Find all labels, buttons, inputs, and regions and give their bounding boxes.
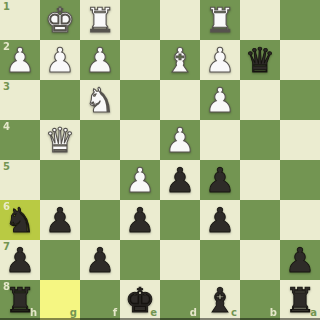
square-h1[interactable]: 1: [0, 0, 40, 40]
file-label-f: f: [113, 308, 117, 318]
piece-black-pawn-d5[interactable]: ♟: [165, 160, 195, 200]
square-a6[interactable]: [280, 200, 320, 240]
square-c8[interactable]: c♝: [200, 280, 240, 320]
square-f7[interactable]: ♟: [80, 240, 120, 280]
square-g5[interactable]: [40, 160, 80, 200]
square-b3[interactable]: [240, 80, 280, 120]
square-f5[interactable]: [80, 160, 120, 200]
square-f8[interactable]: f: [80, 280, 120, 320]
piece-white-pawn-d4[interactable]: ♟: [165, 120, 195, 160]
square-a8[interactable]: a♜: [280, 280, 320, 320]
rank-label-1: 1: [3, 2, 10, 12]
rank-label-3: 3: [3, 82, 10, 92]
square-a4[interactable]: [280, 120, 320, 160]
piece-white-pawn-e5[interactable]: ♟: [125, 160, 155, 200]
file-label-d: d: [190, 308, 197, 318]
square-c4[interactable]: [200, 120, 240, 160]
square-g6[interactable]: ♟: [40, 200, 80, 240]
square-a5[interactable]: [280, 160, 320, 200]
square-a7[interactable]: ♟: [280, 240, 320, 280]
piece-white-queen-g4[interactable]: ♛: [45, 120, 75, 160]
chess-board: 1♚♜♜2♟♟♟♝♟♛3♞♟4♛♟5♟♟♟6♞♟♟♟7♟♟♟8h♜gfe♚dc♝…: [0, 0, 320, 320]
piece-black-pawn-g6[interactable]: ♟: [45, 200, 75, 240]
piece-black-pawn-c5[interactable]: ♟: [205, 160, 235, 200]
square-a1[interactable]: [280, 0, 320, 40]
piece-white-pawn-c3[interactable]: ♟: [205, 80, 235, 120]
square-d4[interactable]: ♟: [160, 120, 200, 160]
piece-black-king-e8[interactable]: ♚: [125, 280, 155, 320]
square-f1[interactable]: ♜: [80, 0, 120, 40]
square-d3[interactable]: [160, 80, 200, 120]
square-e7[interactable]: [120, 240, 160, 280]
square-g4[interactable]: ♛: [40, 120, 80, 160]
square-e1[interactable]: [120, 0, 160, 40]
square-c7[interactable]: [200, 240, 240, 280]
square-h2[interactable]: 2♟: [0, 40, 40, 80]
square-b4[interactable]: [240, 120, 280, 160]
square-e8[interactable]: e♚: [120, 280, 160, 320]
square-h3[interactable]: 3: [0, 80, 40, 120]
square-d5[interactable]: ♟: [160, 160, 200, 200]
piece-white-bishop-d2[interactable]: ♝: [165, 40, 195, 80]
piece-black-pawn-h7[interactable]: ♟: [5, 240, 35, 280]
square-b7[interactable]: [240, 240, 280, 280]
square-d2[interactable]: ♝: [160, 40, 200, 80]
piece-black-rook-h8[interactable]: ♜: [5, 280, 35, 320]
square-c1[interactable]: ♜: [200, 0, 240, 40]
square-g1[interactable]: ♚: [40, 0, 80, 40]
square-b6[interactable]: [240, 200, 280, 240]
rank-label-5: 5: [3, 162, 10, 172]
square-e5[interactable]: ♟: [120, 160, 160, 200]
square-f2[interactable]: ♟: [80, 40, 120, 80]
piece-white-king-g1[interactable]: ♚: [45, 0, 75, 40]
piece-white-pawn-c2[interactable]: ♟: [205, 40, 235, 80]
piece-white-rook-c1[interactable]: ♜: [205, 0, 235, 40]
file-label-b: b: [270, 308, 277, 318]
piece-white-pawn-g2[interactable]: ♟: [45, 40, 75, 80]
square-g8[interactable]: g: [40, 280, 80, 320]
piece-black-queen-b2[interactable]: ♛: [245, 40, 275, 80]
piece-black-rook-a8[interactable]: ♜: [285, 280, 315, 320]
square-f3[interactable]: ♞: [80, 80, 120, 120]
square-h7[interactable]: 7♟: [0, 240, 40, 280]
square-c3[interactable]: ♟: [200, 80, 240, 120]
square-d7[interactable]: [160, 240, 200, 280]
piece-white-pawn-h2[interactable]: ♟: [5, 40, 35, 80]
piece-white-rook-f1[interactable]: ♜: [85, 0, 115, 40]
square-h4[interactable]: 4: [0, 120, 40, 160]
square-f4[interactable]: [80, 120, 120, 160]
rank-label-4: 4: [3, 122, 10, 132]
piece-black-pawn-e6[interactable]: ♟: [125, 200, 155, 240]
square-b2[interactable]: ♛: [240, 40, 280, 80]
square-e6[interactable]: ♟: [120, 200, 160, 240]
square-a3[interactable]: [280, 80, 320, 120]
square-e3[interactable]: [120, 80, 160, 120]
square-d6[interactable]: [160, 200, 200, 240]
square-d1[interactable]: [160, 0, 200, 40]
square-c5[interactable]: ♟: [200, 160, 240, 200]
square-c2[interactable]: ♟: [200, 40, 240, 80]
file-label-g: g: [70, 308, 77, 318]
piece-black-pawn-a7[interactable]: ♟: [285, 240, 315, 280]
piece-black-bishop-c8[interactable]: ♝: [205, 280, 235, 320]
square-e4[interactable]: [120, 120, 160, 160]
square-b8[interactable]: b: [240, 280, 280, 320]
square-a2[interactable]: [280, 40, 320, 80]
square-h8[interactable]: 8h♜: [0, 280, 40, 320]
square-g3[interactable]: [40, 80, 80, 120]
piece-black-pawn-f7[interactable]: ♟: [85, 240, 115, 280]
square-e2[interactable]: [120, 40, 160, 80]
square-b5[interactable]: [240, 160, 280, 200]
square-g7[interactable]: [40, 240, 80, 280]
square-h5[interactable]: 5: [0, 160, 40, 200]
piece-white-pawn-f2[interactable]: ♟: [85, 40, 115, 80]
square-h6[interactable]: 6♞: [0, 200, 40, 240]
square-g2[interactable]: ♟: [40, 40, 80, 80]
square-c6[interactable]: ♟: [200, 200, 240, 240]
piece-black-knight-h6[interactable]: ♞: [5, 200, 35, 240]
square-d8[interactable]: d: [160, 280, 200, 320]
piece-black-pawn-c6[interactable]: ♟: [205, 200, 235, 240]
square-b1[interactable]: [240, 0, 280, 40]
piece-white-knight-f3[interactable]: ♞: [85, 80, 115, 120]
square-f6[interactable]: [80, 200, 120, 240]
